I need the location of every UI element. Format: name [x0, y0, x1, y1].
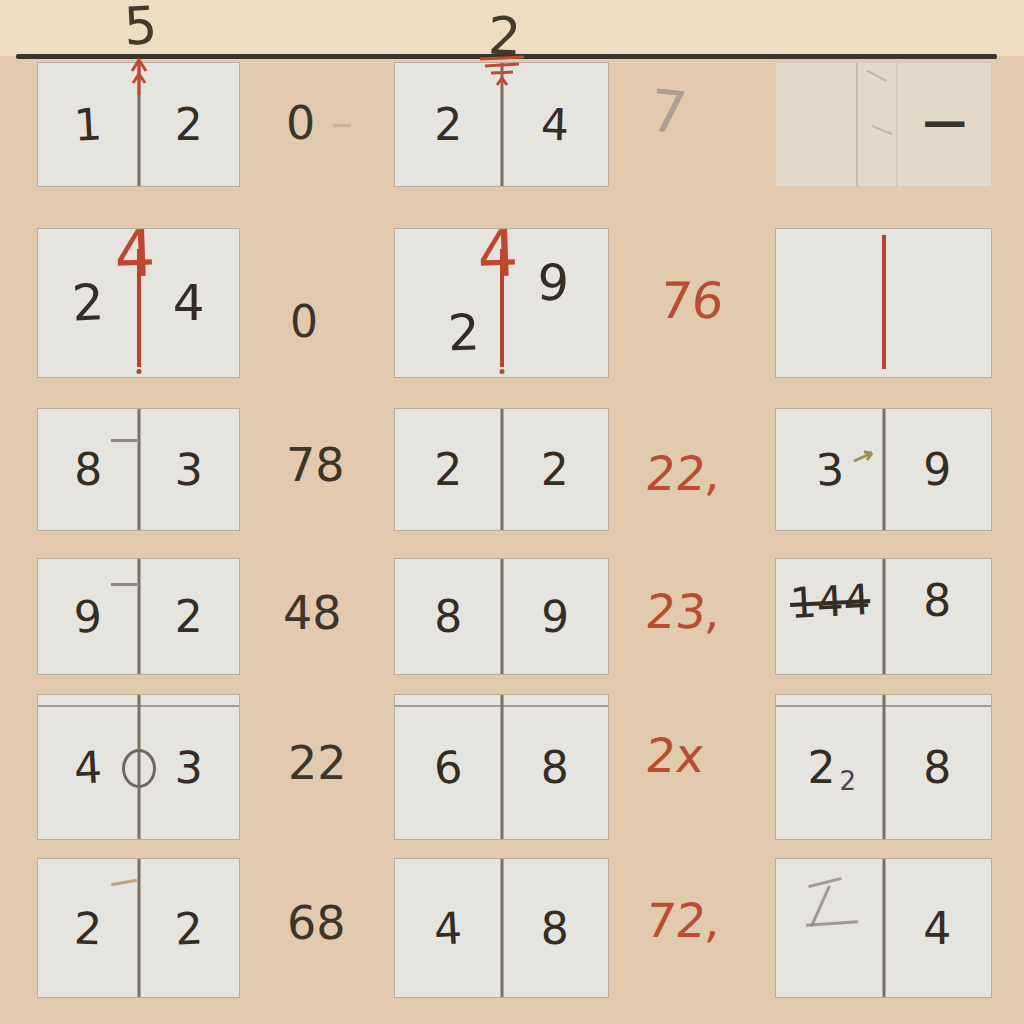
card-digit-left: 2 — [71, 273, 106, 333]
tick-mark — [111, 583, 137, 586]
red-answer-text: 76 — [657, 272, 727, 330]
card-digit-left: 4 — [433, 902, 464, 954]
faint-answer-text: 7 — [647, 76, 691, 147]
number-card-r1c1: 1 2 — [37, 62, 240, 187]
scribble-mark — [808, 877, 842, 888]
red-scribble-arrow-icon — [476, 53, 528, 87]
answer-text: 78 — [286, 438, 345, 492]
number-card-r4c2: 8 9 — [394, 558, 609, 675]
number-card-r6c3: 4 — [775, 858, 992, 998]
number-card-r3c3: 3 9 — [775, 408, 992, 531]
card-digit-left: 9 — [73, 590, 104, 642]
number-card-r3c1: 8 3 — [37, 408, 240, 531]
card-digit-left: 2 — [447, 303, 481, 362]
card-digit-right: 2 — [541, 444, 569, 495]
number-card-r6c2: 4 8 — [394, 858, 609, 998]
card-divider — [500, 409, 503, 530]
card-digit-right: 9 — [923, 444, 951, 495]
number-card-r3c2: 2 2 — [394, 408, 609, 531]
red-dot — [136, 369, 141, 374]
card-digit-left: 2 — [807, 742, 835, 793]
card-digit-left: 2 — [73, 902, 103, 954]
olive-arrow-icon — [852, 447, 878, 467]
card-divider — [882, 859, 885, 997]
red-answer-digit: 4 — [476, 216, 519, 291]
card-digit-left: 8 — [74, 444, 102, 495]
crossed-out-number: 144 — [788, 575, 871, 628]
card-digit-right: 2 — [173, 902, 204, 954]
card-divider — [500, 695, 503, 839]
number-card-r2c2: 4 2 9 — [394, 228, 609, 378]
number-card-r2c3 — [775, 228, 992, 378]
card-divider — [137, 559, 140, 674]
card-divider — [500, 559, 503, 674]
red-divider-line — [882, 235, 886, 369]
dash-mark: — — [923, 95, 965, 146]
number-card-r2c1: 4 2 4 — [37, 228, 240, 378]
red-answer-text: 2x — [643, 728, 706, 783]
card-divider — [137, 859, 140, 997]
card-digit-left: 2 — [434, 444, 462, 495]
card-digit-right: 4 — [540, 99, 570, 151]
card-digit-right: 2 — [175, 591, 203, 642]
number-card-r4c1: 9 2 — [37, 558, 240, 675]
card-digit-right: 8 — [541, 742, 569, 793]
answer-text: 48 — [283, 586, 342, 640]
answer-text: 0 — [286, 96, 315, 150]
red-answer-text: 72, — [643, 893, 724, 948]
circle-mark — [122, 749, 156, 788]
card-digit-left: 3 — [814, 443, 845, 495]
answer-text: 22 — [288, 736, 347, 790]
red-dot — [499, 369, 504, 374]
card-digit-left: 2 — [434, 99, 462, 150]
worksheet: 5 2 1 2 0 2 4 7 — — [0, 0, 1024, 1024]
card-digit-left: 8 — [434, 591, 462, 642]
red-answer-text: 23, — [643, 584, 724, 639]
number-card-r5c3: 2 2 8 — [775, 694, 992, 840]
answer-text: 68 — [287, 896, 346, 950]
card-digit-right: 9 — [540, 591, 570, 643]
card-digit-right: 8 — [541, 903, 569, 954]
red-answer-digit: 4 — [113, 216, 156, 291]
tick-mark — [111, 439, 137, 442]
card-digit-right: 9 — [535, 253, 570, 313]
card-digit-right: 8 — [923, 575, 951, 626]
card-divider — [882, 409, 885, 530]
card-digit-right: 3 — [174, 741, 204, 793]
card-divider — [882, 559, 885, 674]
red-answer-text: 22, — [643, 446, 724, 501]
card-divider — [137, 409, 140, 530]
number-card-r1c2: 2 4 — [394, 62, 609, 187]
number-card-r5c2: 6 8 — [394, 694, 609, 840]
card-digit-left: 1 — [73, 98, 104, 150]
card-digit-right: 4 — [923, 903, 951, 954]
card-divider — [882, 695, 885, 839]
card-digit-right: 3 — [174, 444, 204, 496]
header-number-left: 5 — [122, 0, 158, 57]
small-digit: 2 — [839, 766, 856, 796]
card-divider — [500, 859, 503, 997]
card-digit-right: 2 — [175, 99, 203, 150]
card-digit-right: 4 — [173, 274, 205, 332]
card-digit-left: 4 — [73, 741, 104, 793]
card-digit-right: 8 — [923, 742, 951, 793]
number-card-r4c3: 144 8 — [775, 558, 992, 675]
answer-text: 0 — [290, 296, 318, 347]
card-digit-left: 6 — [432, 740, 464, 793]
number-card-r6c1: 2 2 — [37, 858, 240, 998]
faint-dash-mark — [333, 124, 351, 127]
number-card-r1c3: — — [775, 62, 992, 187]
number-card-r5c1: 4 3 — [37, 694, 240, 840]
red-up-arrow-icon — [126, 57, 152, 97]
scribble-mark — [810, 885, 831, 926]
